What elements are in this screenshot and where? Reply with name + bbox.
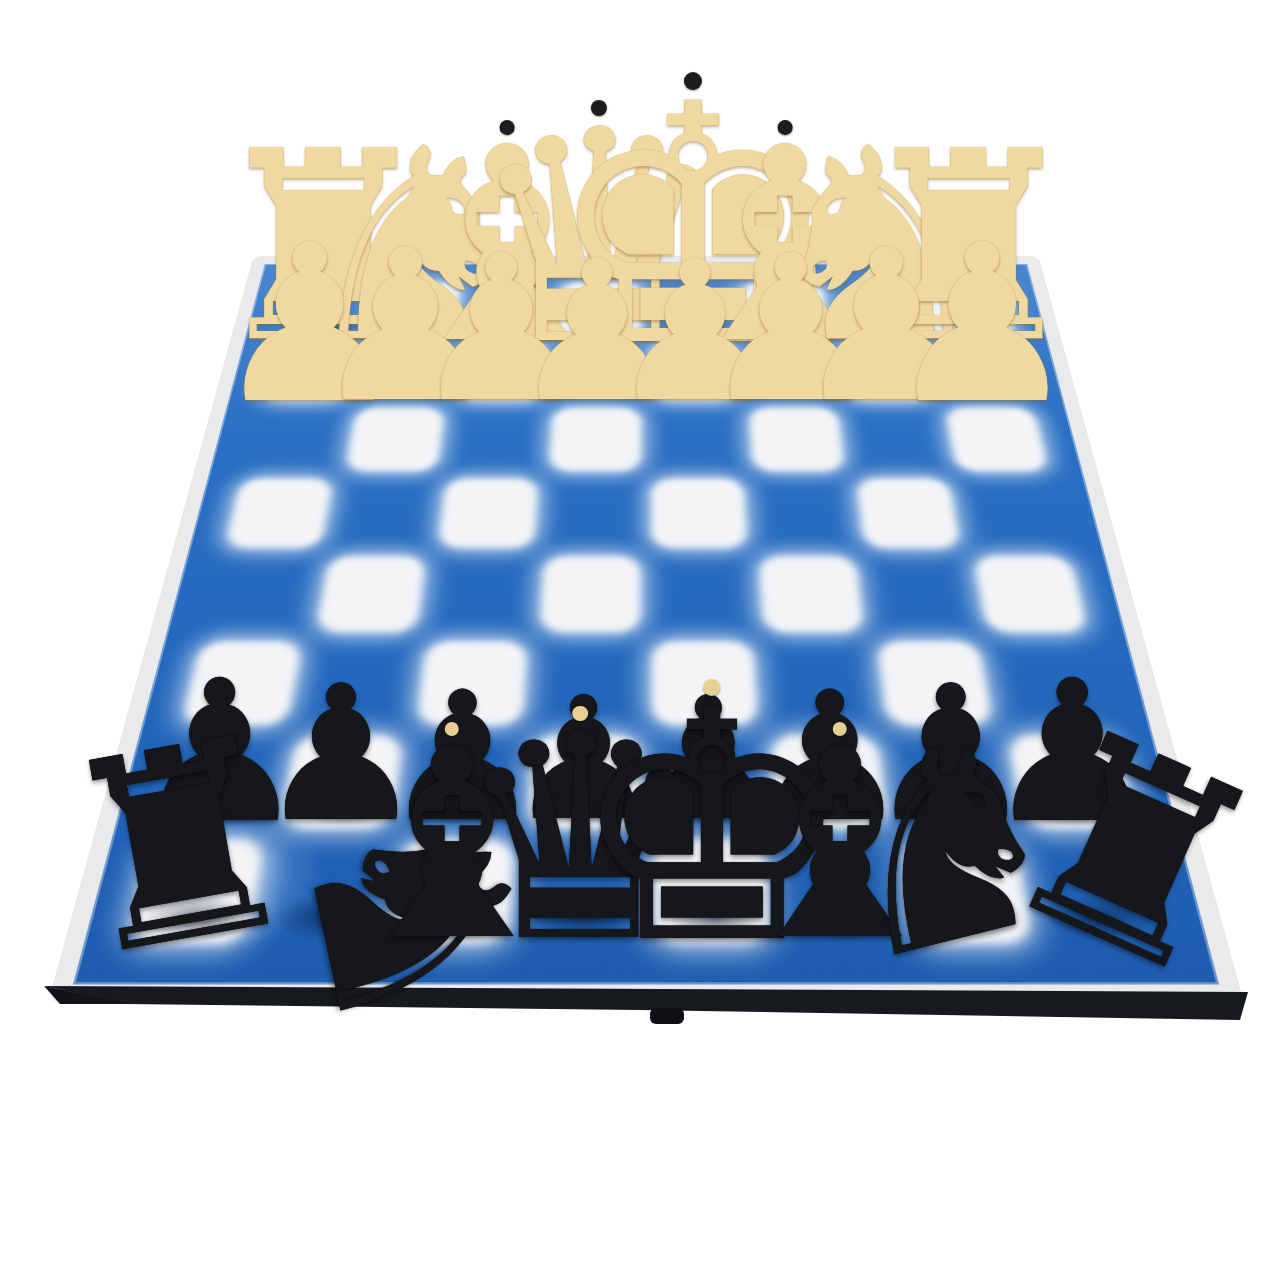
black-rook[interactable]: ♜ — [965, 714, 1228, 977]
rook-glyph: ♜ — [960, 680, 1280, 1027]
white-pawn[interactable]: ♟ — [873, 216, 1091, 434]
pieces-layer: ♜♞♝♛♚♝♞♜♟♟♟♟♟♟♟♟♟♟♟♟♟♟♟♟♜♞♝♛♚♝♞♜ — [0, 0, 1280, 1280]
finial-tip — [703, 679, 721, 697]
photo-canvas: ♜♞♝♛♚♝♞♜♟♟♟♟♟♟♟♟♟♟♟♟♟♟♟♟♜♞♝♛♚♝♞♜ — [0, 0, 1280, 1280]
pawn-glyph: ♟ — [873, 216, 1091, 434]
